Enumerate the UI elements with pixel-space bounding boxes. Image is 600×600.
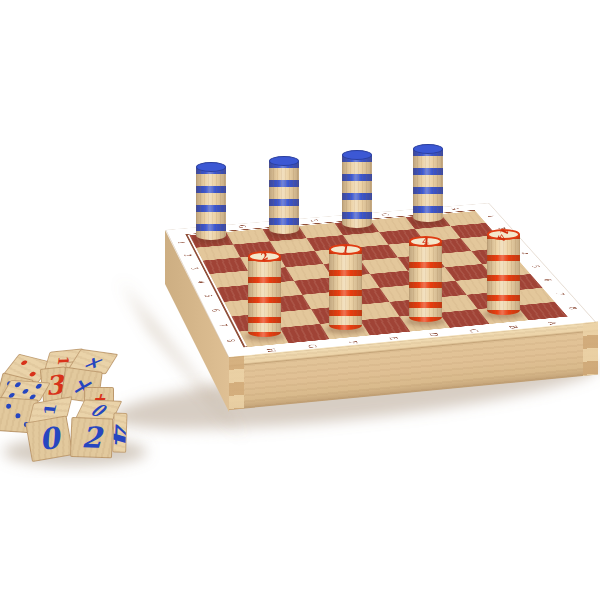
rank-label-left-2: 2 <box>181 252 195 257</box>
finger-joint-right <box>583 321 598 375</box>
rank-label-left-8: 8 <box>223 337 239 343</box>
file-label-front-b: B <box>505 324 522 330</box>
dice-cluster: 132××+10024 <box>0 345 150 480</box>
peg-top <box>342 150 372 160</box>
red-peg-b8[interactable]: 14 <box>487 229 520 315</box>
rank-label-right-7: 7 <box>552 291 568 297</box>
die-g-front-face: 2 <box>70 417 113 458</box>
die-mark: 2 <box>81 420 102 455</box>
peg-top: 2 <box>248 251 281 262</box>
die-f-front-face: 0 <box>25 415 73 462</box>
peg-top-number: 1 <box>341 244 349 254</box>
peg-top <box>269 156 299 166</box>
rank-label-left-6: 6 <box>208 307 223 313</box>
blue-peg-h1[interactable] <box>196 162 226 240</box>
red-peg-h8[interactable]: 2 <box>248 251 281 337</box>
peg-top: 14 <box>487 229 520 240</box>
file-label-front-a: A <box>544 320 561 326</box>
peg-body <box>248 256 281 337</box>
peg-body <box>413 149 443 222</box>
die-pip <box>20 360 28 366</box>
die-pip <box>21 388 29 393</box>
peg-top: 1 <box>329 244 362 255</box>
die-pip <box>15 413 20 418</box>
die-mark: 0 <box>36 420 62 457</box>
rank-label-right-8: 8 <box>564 305 581 311</box>
peg-top <box>413 144 443 154</box>
file-label-front-f: F <box>345 339 361 345</box>
rank-label-left-3: 3 <box>187 266 202 271</box>
finger-joint-left <box>229 356 244 410</box>
peg-body <box>342 155 372 228</box>
rank-label-left-5: 5 <box>201 293 216 299</box>
die-pip <box>6 404 11 409</box>
file-label-front-d: D <box>425 332 442 338</box>
rank-label-left-1: 1 <box>174 240 188 245</box>
peg-top <box>196 162 226 172</box>
rank-label-right-6: 6 <box>540 277 556 283</box>
peg-body <box>196 167 226 240</box>
die-pip <box>35 384 43 389</box>
peg-body <box>269 161 299 234</box>
file-label-front-e: E <box>385 335 402 341</box>
die-mark: 4 <box>112 421 127 445</box>
rank-label-right-5: 5 <box>528 264 544 269</box>
die-mark: 1 <box>39 403 61 418</box>
peg-body <box>487 234 520 315</box>
rank-label-right-1: 1 <box>484 214 499 219</box>
file-label-front-c: C <box>465 328 482 334</box>
die-pip <box>14 383 22 388</box>
red-peg-d8[interactable]: 4 <box>409 236 442 322</box>
peg-top-number: 4 <box>421 237 429 247</box>
file-label-front-g: G <box>304 343 320 349</box>
peg-top: 4 <box>409 236 442 247</box>
red-peg-f8[interactable]: 1 <box>329 244 362 330</box>
blue-peg-b1[interactable] <box>413 144 443 222</box>
die-pip <box>29 371 37 377</box>
blue-peg-d1[interactable] <box>342 150 372 228</box>
die-g-right-face: 4 <box>112 412 127 452</box>
scene: HHGGFFEEDDCCBBAA1122334455667788 21414 1… <box>0 0 600 600</box>
file-label-front-h: H <box>263 347 279 353</box>
blue-peg-f1[interactable] <box>269 156 299 234</box>
peg-top-number: 2 <box>259 251 268 261</box>
rank-label-left-7: 7 <box>215 322 231 328</box>
peg-body <box>329 249 362 330</box>
rank-label-left-4: 4 <box>194 279 209 285</box>
peg-body <box>409 241 442 322</box>
